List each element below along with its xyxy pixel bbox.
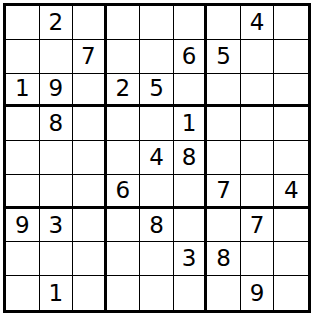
cell-r3c7[interactable]: [207, 74, 241, 108]
cell-r9c8[interactable]: 9: [241, 276, 275, 310]
cell-r6c7[interactable]: 7: [207, 175, 241, 209]
cell-r2c7[interactable]: 5: [207, 40, 241, 74]
cell-r7c2[interactable]: 3: [40, 209, 74, 243]
cell-r3c1[interactable]: 1: [6, 74, 40, 108]
cell-r1c4[interactable]: [107, 6, 141, 40]
cell-r5c6[interactable]: 8: [174, 141, 208, 175]
cell-r4c8[interactable]: [241, 107, 275, 141]
cell-r4c6[interactable]: 1: [174, 107, 208, 141]
cell-r7c6[interactable]: [174, 209, 208, 243]
cell-r5c8[interactable]: [241, 141, 275, 175]
cell-r4c1[interactable]: [6, 107, 40, 141]
cell-r4c4[interactable]: [107, 107, 141, 141]
cell-r6c8[interactable]: [241, 175, 275, 209]
cell-r2c4[interactable]: [107, 40, 141, 74]
cell-r4c9[interactable]: [274, 107, 308, 141]
sudoku-board: 247651925814867493873819: [3, 3, 311, 313]
cell-r7c4[interactable]: [107, 209, 141, 243]
cell-r4c5[interactable]: [140, 107, 174, 141]
cell-r2c1[interactable]: [6, 40, 40, 74]
cell-r5c3[interactable]: [73, 141, 107, 175]
cell-r1c7[interactable]: [207, 6, 241, 40]
cell-r7c1[interactable]: 9: [6, 209, 40, 243]
cell-r6c9[interactable]: 4: [274, 175, 308, 209]
cell-r6c2[interactable]: [40, 175, 74, 209]
cell-r9c5[interactable]: [140, 276, 174, 310]
cell-r9c4[interactable]: [107, 276, 141, 310]
cell-r8c9[interactable]: [274, 242, 308, 276]
cell-r9c1[interactable]: [6, 276, 40, 310]
cell-r9c3[interactable]: [73, 276, 107, 310]
cell-r3c3[interactable]: [73, 74, 107, 108]
sudoku-page: 247651925814867493873819: [0, 0, 312, 320]
cell-r3c9[interactable]: [274, 74, 308, 108]
cell-r7c8[interactable]: 7: [241, 209, 275, 243]
cell-r7c7[interactable]: [207, 209, 241, 243]
cell-r7c3[interactable]: [73, 209, 107, 243]
cell-r6c4[interactable]: 6: [107, 175, 141, 209]
cell-r8c3[interactable]: [73, 242, 107, 276]
cell-r2c6[interactable]: 6: [174, 40, 208, 74]
cell-r3c8[interactable]: [241, 74, 275, 108]
cell-r8c1[interactable]: [6, 242, 40, 276]
cell-r9c6[interactable]: [174, 276, 208, 310]
cell-r5c2[interactable]: [40, 141, 74, 175]
cell-r1c1[interactable]: [6, 6, 40, 40]
cell-r5c5[interactable]: 4: [140, 141, 174, 175]
cell-r6c1[interactable]: [6, 175, 40, 209]
cell-r6c5[interactable]: [140, 175, 174, 209]
cell-r2c8[interactable]: [241, 40, 275, 74]
cell-r5c9[interactable]: [274, 141, 308, 175]
cell-r4c7[interactable]: [207, 107, 241, 141]
cell-r5c4[interactable]: [107, 141, 141, 175]
cell-r8c5[interactable]: [140, 242, 174, 276]
cell-r8c6[interactable]: 3: [174, 242, 208, 276]
cell-r2c2[interactable]: [40, 40, 74, 74]
cell-r4c3[interactable]: [73, 107, 107, 141]
cell-r7c5[interactable]: 8: [140, 209, 174, 243]
cell-r7c9[interactable]: [274, 209, 308, 243]
cell-r8c4[interactable]: [107, 242, 141, 276]
cell-r1c6[interactable]: [174, 6, 208, 40]
cell-r9c7[interactable]: [207, 276, 241, 310]
cell-r8c2[interactable]: [40, 242, 74, 276]
cell-r2c9[interactable]: [274, 40, 308, 74]
cell-r3c6[interactable]: [174, 74, 208, 108]
cell-r9c9[interactable]: [274, 276, 308, 310]
cell-r5c1[interactable]: [6, 141, 40, 175]
cell-r3c2[interactable]: 9: [40, 74, 74, 108]
cell-r3c5[interactable]: 5: [140, 74, 174, 108]
cell-r1c3[interactable]: [73, 6, 107, 40]
cell-r1c5[interactable]: [140, 6, 174, 40]
cell-r5c7[interactable]: [207, 141, 241, 175]
cell-r8c8[interactable]: [241, 242, 275, 276]
cell-r1c9[interactable]: [274, 6, 308, 40]
cell-r6c6[interactable]: [174, 175, 208, 209]
cell-r1c2[interactable]: 2: [40, 6, 74, 40]
cell-r9c2[interactable]: 1: [40, 276, 74, 310]
cell-r2c3[interactable]: 7: [73, 40, 107, 74]
cell-r6c3[interactable]: [73, 175, 107, 209]
cell-r1c8[interactable]: 4: [241, 6, 275, 40]
cell-r8c7[interactable]: 8: [207, 242, 241, 276]
cell-r2c5[interactable]: [140, 40, 174, 74]
cell-r3c4[interactable]: 2: [107, 74, 141, 108]
cell-r4c2[interactable]: 8: [40, 107, 74, 141]
